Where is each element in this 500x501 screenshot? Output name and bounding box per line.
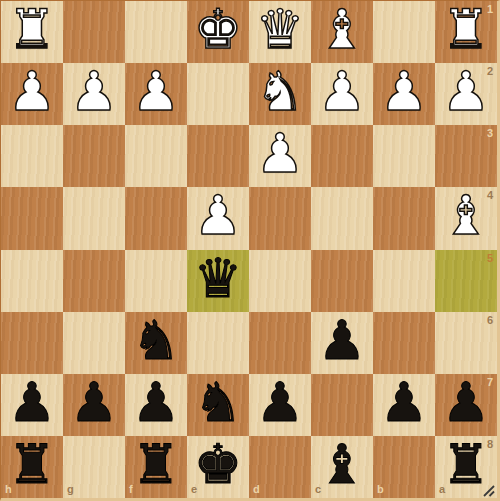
square-e7[interactable]: ♞ — [187, 374, 249, 436]
square-e1[interactable]: ♚ — [187, 1, 249, 63]
white-bishop-a4[interactable]: ♝ — [442, 189, 490, 243]
white-pawn-b2[interactable]: ♟ — [380, 65, 428, 119]
square-c5[interactable] — [311, 250, 373, 312]
square-h7[interactable]: ♟ — [1, 374, 63, 436]
square-g4[interactable] — [63, 187, 125, 249]
rank-label-8: 8 — [487, 439, 493, 450]
file-label-b: b — [377, 484, 384, 495]
file-label-a: a — [439, 484, 445, 495]
square-d6[interactable] — [249, 312, 311, 374]
square-f3[interactable] — [125, 125, 187, 187]
square-h5[interactable] — [1, 250, 63, 312]
black-king-e8[interactable]: ♚ — [194, 438, 242, 492]
square-b5[interactable] — [373, 250, 435, 312]
white-pawn-c2[interactable]: ♟ — [318, 65, 366, 119]
rank-label-1: 1 — [487, 4, 493, 15]
square-d1[interactable]: ♛ — [249, 1, 311, 63]
board-resize-handle-icon[interactable] — [482, 483, 495, 496]
square-d2[interactable]: ♞ — [249, 63, 311, 125]
black-pawn-f7[interactable]: ♟ — [132, 376, 180, 430]
square-h3[interactable] — [1, 125, 63, 187]
white-knight-d2[interactable]: ♞ — [256, 65, 304, 119]
square-e4[interactable]: ♟ — [187, 187, 249, 249]
square-h2[interactable]: ♟ — [1, 63, 63, 125]
rank-label-3: 3 — [487, 128, 493, 139]
square-h4[interactable] — [1, 187, 63, 249]
black-rook-f8[interactable]: ♜ — [132, 438, 180, 492]
black-pawn-h7[interactable]: ♟ — [8, 376, 56, 430]
black-bishop-c8[interactable]: ♝ — [318, 438, 366, 492]
square-f8[interactable]: ♜f — [125, 436, 187, 498]
black-pawn-d7[interactable]: ♟ — [256, 376, 304, 430]
square-a2[interactable]: ♟2 — [435, 63, 497, 125]
white-pawn-f2[interactable]: ♟ — [132, 65, 180, 119]
square-f1[interactable] — [125, 1, 187, 63]
square-b8[interactable]: b — [373, 436, 435, 498]
square-b6[interactable] — [373, 312, 435, 374]
rank-label-6: 6 — [487, 315, 493, 326]
square-h8[interactable]: ♜h — [1, 436, 63, 498]
square-b4[interactable] — [373, 187, 435, 249]
square-a6[interactable]: 6 — [435, 312, 497, 374]
square-c3[interactable] — [311, 125, 373, 187]
square-e8[interactable]: ♚e — [187, 436, 249, 498]
file-label-g: g — [67, 484, 74, 495]
file-label-e: e — [191, 484, 197, 495]
black-pawn-c6[interactable]: ♟ — [318, 314, 366, 368]
rank-label-4: 4 — [487, 190, 493, 201]
square-g6[interactable] — [63, 312, 125, 374]
square-a1[interactable]: ♜1 — [435, 1, 497, 63]
black-queen-e5[interactable]: ♛ — [194, 252, 242, 306]
square-e3[interactable] — [187, 125, 249, 187]
square-f5[interactable] — [125, 250, 187, 312]
white-pawn-h2[interactable]: ♟ — [8, 65, 56, 119]
square-e5[interactable]: ♛ — [187, 250, 249, 312]
white-queen-d1[interactable]: ♛ — [256, 3, 304, 57]
square-c4[interactable] — [311, 187, 373, 249]
white-pawn-e4[interactable]: ♟ — [194, 189, 242, 243]
black-rook-h8[interactable]: ♜ — [8, 438, 56, 492]
white-pawn-a2[interactable]: ♟ — [442, 65, 490, 119]
square-e2[interactable] — [187, 63, 249, 125]
square-d4[interactable] — [249, 187, 311, 249]
square-c7[interactable] — [311, 374, 373, 436]
square-g2[interactable]: ♟ — [63, 63, 125, 125]
square-f4[interactable] — [125, 187, 187, 249]
square-b3[interactable] — [373, 125, 435, 187]
square-b1[interactable] — [373, 1, 435, 63]
square-f7[interactable]: ♟ — [125, 374, 187, 436]
square-d3[interactable]: ♟ — [249, 125, 311, 187]
square-d7[interactable]: ♟ — [249, 374, 311, 436]
rank-label-5: 5 — [487, 253, 493, 264]
square-g7[interactable]: ♟ — [63, 374, 125, 436]
square-b2[interactable]: ♟ — [373, 63, 435, 125]
square-a3[interactable]: 3 — [435, 125, 497, 187]
file-label-h: h — [5, 484, 12, 495]
rank-label-2: 2 — [487, 66, 493, 77]
white-king-e1[interactable]: ♚ — [194, 3, 242, 57]
file-label-f: f — [129, 484, 133, 495]
file-label-c: c — [315, 484, 321, 495]
chess-board: ♜♚♛♝♜1♟♟♟♞♟♟♟2♟3♟♝4♛5♞♟6♟♟♟♞♟♟♟7♜hg♜f♚ed… — [0, 0, 500, 501]
square-c2[interactable]: ♟ — [311, 63, 373, 125]
square-g5[interactable] — [63, 250, 125, 312]
square-d5[interactable] — [249, 250, 311, 312]
white-bishop-c1[interactable]: ♝ — [318, 3, 366, 57]
black-pawn-g7[interactable]: ♟ — [70, 376, 118, 430]
white-pawn-d3[interactable]: ♟ — [256, 127, 304, 181]
square-f6[interactable]: ♞ — [125, 312, 187, 374]
square-c8[interactable]: ♝c — [311, 436, 373, 498]
square-e6[interactable] — [187, 312, 249, 374]
square-g8[interactable]: g — [63, 436, 125, 498]
square-g3[interactable] — [63, 125, 125, 187]
square-a4[interactable]: ♝4 — [435, 187, 497, 249]
black-pawn-b7[interactable]: ♟ — [380, 376, 428, 430]
square-a5[interactable]: 5 — [435, 250, 497, 312]
rank-label-7: 7 — [487, 377, 493, 388]
square-h1[interactable]: ♜ — [1, 1, 63, 63]
white-rook-a1[interactable]: ♜ — [442, 3, 490, 57]
black-pawn-a7[interactable]: ♟ — [442, 376, 490, 430]
black-knight-e7[interactable]: ♞ — [194, 376, 242, 430]
black-knight-f6[interactable]: ♞ — [132, 314, 180, 368]
white-rook-h1[interactable]: ♜ — [8, 3, 56, 57]
square-d8[interactable]: d — [249, 436, 311, 498]
white-pawn-g2[interactable]: ♟ — [70, 65, 118, 119]
square-g1[interactable] — [63, 1, 125, 63]
square-a7[interactable]: ♟7 — [435, 374, 497, 436]
square-c6[interactable]: ♟ — [311, 312, 373, 374]
file-label-d: d — [253, 484, 260, 495]
square-b7[interactable]: ♟ — [373, 374, 435, 436]
square-h6[interactable] — [1, 312, 63, 374]
square-c1[interactable]: ♝ — [311, 1, 373, 63]
square-f2[interactable]: ♟ — [125, 63, 187, 125]
